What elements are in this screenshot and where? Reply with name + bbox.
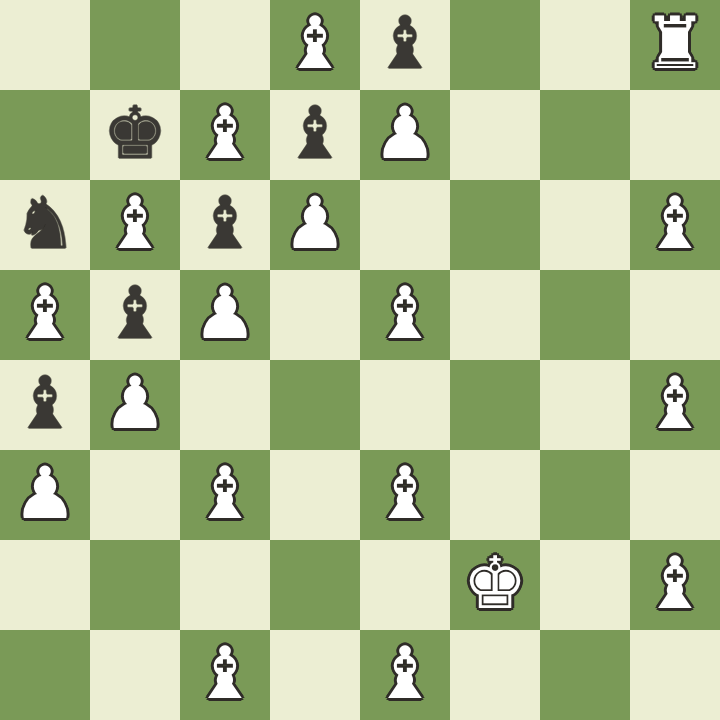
square-b6[interactable]: ♝︎	[90, 180, 180, 270]
square-d8[interactable]: ♝︎	[270, 0, 360, 90]
square-g6[interactable]	[540, 180, 630, 270]
square-d6[interactable]: ♟︎	[270, 180, 360, 270]
square-d5[interactable]	[270, 270, 360, 360]
square-h3[interactable]	[630, 450, 720, 540]
square-a3[interactable]: ♟︎	[0, 450, 90, 540]
square-a2[interactable]	[0, 540, 90, 630]
square-f1[interactable]	[450, 630, 540, 720]
square-h5[interactable]	[630, 270, 720, 360]
square-a8[interactable]	[0, 0, 90, 90]
square-h1[interactable]	[630, 630, 720, 720]
square-g2[interactable]	[540, 540, 630, 630]
square-d2[interactable]	[270, 540, 360, 630]
square-c6[interactable]: ♝︎	[180, 180, 270, 270]
piece-white-bishop-icon[interactable]: ♝︎	[373, 628, 438, 718]
square-d1[interactable]	[270, 630, 360, 720]
piece-white-bishop-icon[interactable]: ♝︎	[373, 268, 438, 358]
square-e4[interactable]	[360, 360, 450, 450]
square-e5[interactable]: ♝︎	[360, 270, 450, 360]
square-b1[interactable]	[90, 630, 180, 720]
piece-white-bishop-icon[interactable]: ♝︎	[643, 178, 708, 268]
piece-white-pawn-icon[interactable]: ♟︎	[103, 358, 168, 448]
piece-white-bishop-icon[interactable]: ♝︎	[13, 268, 78, 358]
square-b4[interactable]: ♟︎	[90, 360, 180, 450]
square-a1[interactable]	[0, 630, 90, 720]
square-e8[interactable]: ♝︎	[360, 0, 450, 90]
piece-white-rook-icon[interactable]: ♜︎	[643, 0, 708, 88]
piece-black-bishop-icon[interactable]: ♝︎	[283, 88, 348, 178]
square-d7[interactable]: ♝︎	[270, 90, 360, 180]
square-c4[interactable]	[180, 360, 270, 450]
square-h4[interactable]: ♝︎	[630, 360, 720, 450]
square-g5[interactable]	[540, 270, 630, 360]
square-f6[interactable]	[450, 180, 540, 270]
piece-black-bishop-icon[interactable]: ♝︎	[373, 0, 438, 88]
square-h7[interactable]	[630, 90, 720, 180]
piece-black-bishop-icon[interactable]: ♝︎	[193, 178, 258, 268]
square-f4[interactable]	[450, 360, 540, 450]
piece-white-pawn-icon[interactable]: ♟︎	[13, 448, 78, 538]
square-g4[interactable]	[540, 360, 630, 450]
square-f2[interactable]: ♚︎	[450, 540, 540, 630]
square-c5[interactable]: ♟︎	[180, 270, 270, 360]
piece-white-bishop-icon[interactable]: ♝︎	[193, 448, 258, 538]
piece-white-bishop-icon[interactable]: ♝︎	[373, 448, 438, 538]
piece-white-king-icon[interactable]: ♚︎	[463, 538, 528, 628]
square-d3[interactable]	[270, 450, 360, 540]
piece-white-bishop-icon[interactable]: ♝︎	[193, 88, 258, 178]
square-c3[interactable]: ♝︎	[180, 450, 270, 540]
square-e6[interactable]	[360, 180, 450, 270]
square-b7[interactable]: ♚︎	[90, 90, 180, 180]
square-g8[interactable]	[540, 0, 630, 90]
piece-white-pawn-icon[interactable]: ♟︎	[373, 88, 438, 178]
chess-board-container: ♝︎♝︎♜︎♚︎♝︎♝︎♟︎♞︎♝︎♝︎♟︎♝︎♝︎♝︎♟︎♝︎♝︎♟︎♝︎♟︎…	[0, 0, 720, 720]
chess-board: ♝︎♝︎♜︎♚︎♝︎♝︎♟︎♞︎♝︎♝︎♟︎♝︎♝︎♝︎♟︎♝︎♝︎♟︎♝︎♟︎…	[0, 0, 720, 720]
square-g1[interactable]	[540, 630, 630, 720]
square-b5[interactable]: ♝︎	[90, 270, 180, 360]
piece-white-pawn-icon[interactable]: ♟︎	[283, 178, 348, 268]
piece-black-bishop-icon[interactable]: ♝︎	[13, 358, 78, 448]
piece-white-bishop-icon[interactable]: ♝︎	[193, 628, 258, 718]
piece-black-king-icon[interactable]: ♚︎	[103, 88, 168, 178]
square-e7[interactable]: ♟︎	[360, 90, 450, 180]
piece-white-pawn-icon[interactable]: ♟︎	[193, 268, 258, 358]
square-b3[interactable]	[90, 450, 180, 540]
square-e1[interactable]: ♝︎	[360, 630, 450, 720]
square-a5[interactable]: ♝︎	[0, 270, 90, 360]
square-c7[interactable]: ♝︎	[180, 90, 270, 180]
square-f8[interactable]	[450, 0, 540, 90]
piece-white-bishop-icon[interactable]: ♝︎	[643, 358, 708, 448]
piece-white-bishop-icon[interactable]: ♝︎	[103, 178, 168, 268]
square-h8[interactable]: ♜︎	[630, 0, 720, 90]
square-c1[interactable]: ♝︎	[180, 630, 270, 720]
square-f5[interactable]	[450, 270, 540, 360]
square-a4[interactable]: ♝︎	[0, 360, 90, 450]
square-b2[interactable]	[90, 540, 180, 630]
square-h2[interactable]: ♝︎	[630, 540, 720, 630]
square-g3[interactable]	[540, 450, 630, 540]
piece-black-knight-icon[interactable]: ♞︎	[13, 178, 78, 268]
square-f7[interactable]	[450, 90, 540, 180]
square-a6[interactable]: ♞︎	[0, 180, 90, 270]
square-f3[interactable]	[450, 450, 540, 540]
square-c8[interactable]	[180, 0, 270, 90]
square-h6[interactable]: ♝︎	[630, 180, 720, 270]
piece-black-bishop-icon[interactable]: ♝︎	[103, 268, 168, 358]
square-c2[interactable]	[180, 540, 270, 630]
piece-white-bishop-icon[interactable]: ♝︎	[283, 0, 348, 88]
square-e2[interactable]	[360, 540, 450, 630]
square-d4[interactable]	[270, 360, 360, 450]
piece-white-bishop-icon[interactable]: ♝︎	[643, 538, 708, 628]
square-g7[interactable]	[540, 90, 630, 180]
square-e3[interactable]: ♝︎	[360, 450, 450, 540]
square-b8[interactable]	[90, 0, 180, 90]
square-a7[interactable]	[0, 90, 90, 180]
